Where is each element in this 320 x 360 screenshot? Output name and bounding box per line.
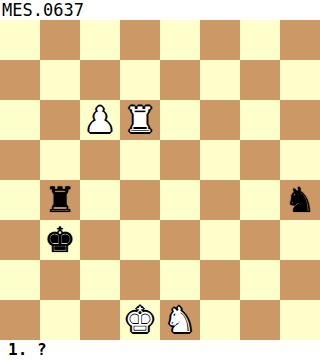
square-h4[interactable]: ♞ <box>280 180 320 220</box>
square-a2[interactable] <box>0 260 40 300</box>
square-c5[interactable] <box>80 140 120 180</box>
square-f1[interactable] <box>200 300 240 340</box>
square-e1[interactable]: ♞ <box>160 300 200 340</box>
square-c8[interactable] <box>80 20 120 60</box>
square-b4[interactable]: ♜ <box>40 180 80 220</box>
square-b1[interactable] <box>40 300 80 340</box>
square-g5[interactable] <box>240 140 280 180</box>
square-a7[interactable] <box>0 60 40 100</box>
square-c4[interactable] <box>80 180 120 220</box>
white-rook-piece: ♜ <box>124 100 155 140</box>
square-b6[interactable] <box>40 100 80 140</box>
square-e6[interactable] <box>160 100 200 140</box>
black-rook-piece: ♜ <box>44 180 75 220</box>
square-h8[interactable] <box>280 20 320 60</box>
white-knight-piece: ♞ <box>164 300 195 340</box>
square-d8[interactable] <box>120 20 160 60</box>
square-g3[interactable] <box>240 220 280 260</box>
square-e8[interactable] <box>160 20 200 60</box>
square-f7[interactable] <box>200 60 240 100</box>
white-king-piece: ♚ <box>124 300 155 340</box>
square-h3[interactable] <box>280 220 320 260</box>
chess-puzzle-window: MES.0637 ♟♜♜♞♚♚♞ 1. ? <box>0 0 320 360</box>
square-c7[interactable] <box>80 60 120 100</box>
square-d5[interactable] <box>120 140 160 180</box>
square-b5[interactable] <box>40 140 80 180</box>
puzzle-id-title: MES.0637 <box>0 0 320 20</box>
square-h2[interactable] <box>280 260 320 300</box>
square-c2[interactable] <box>80 260 120 300</box>
square-d1[interactable]: ♚ <box>120 300 160 340</box>
square-d6[interactable]: ♜ <box>120 100 160 140</box>
square-c3[interactable] <box>80 220 120 260</box>
square-g6[interactable] <box>240 100 280 140</box>
square-f5[interactable] <box>200 140 240 180</box>
square-e2[interactable] <box>160 260 200 300</box>
square-b2[interactable] <box>40 260 80 300</box>
square-a3[interactable] <box>0 220 40 260</box>
square-d4[interactable] <box>120 180 160 220</box>
square-a6[interactable] <box>0 100 40 140</box>
square-h7[interactable] <box>280 60 320 100</box>
square-h1[interactable] <box>280 300 320 340</box>
square-b3[interactable]: ♚ <box>40 220 80 260</box>
black-knight-piece: ♞ <box>284 180 315 220</box>
square-f2[interactable] <box>200 260 240 300</box>
square-h5[interactable] <box>280 140 320 180</box>
square-a1[interactable] <box>0 300 40 340</box>
square-f3[interactable] <box>200 220 240 260</box>
square-f8[interactable] <box>200 20 240 60</box>
square-a4[interactable] <box>0 180 40 220</box>
square-d7[interactable] <box>120 60 160 100</box>
square-e7[interactable] <box>160 60 200 100</box>
square-f6[interactable] <box>200 100 240 140</box>
move-prompt: 1. ? <box>0 340 320 360</box>
square-c1[interactable] <box>80 300 120 340</box>
square-g2[interactable] <box>240 260 280 300</box>
square-b7[interactable] <box>40 60 80 100</box>
square-e5[interactable] <box>160 140 200 180</box>
square-b8[interactable] <box>40 20 80 60</box>
square-d3[interactable] <box>120 220 160 260</box>
square-c6[interactable]: ♟ <box>80 100 120 140</box>
square-g1[interactable] <box>240 300 280 340</box>
white-pawn-piece: ♟ <box>84 100 115 140</box>
square-d2[interactable] <box>120 260 160 300</box>
square-g8[interactable] <box>240 20 280 60</box>
square-g7[interactable] <box>240 60 280 100</box>
square-a5[interactable] <box>0 140 40 180</box>
square-e3[interactable] <box>160 220 200 260</box>
square-g4[interactable] <box>240 180 280 220</box>
chess-board: ♟♜♜♞♚♚♞ <box>0 20 320 340</box>
square-f4[interactable] <box>200 180 240 220</box>
square-a8[interactable] <box>0 20 40 60</box>
black-king-piece: ♚ <box>44 220 75 260</box>
square-h6[interactable] <box>280 100 320 140</box>
square-e4[interactable] <box>160 180 200 220</box>
